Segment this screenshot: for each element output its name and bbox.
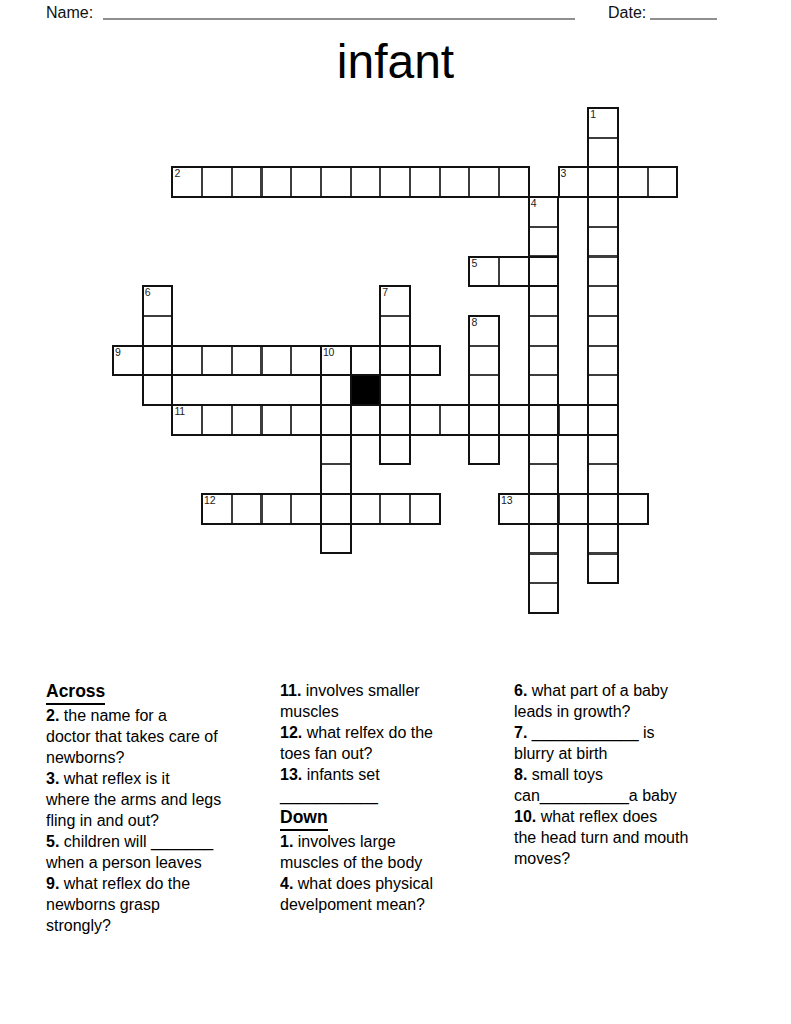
grid-cell[interactable] <box>379 374 411 406</box>
grid-cell[interactable] <box>587 315 619 347</box>
clue-3-line-3: fling in and out? <box>46 810 280 831</box>
grid-cell[interactable] <box>528 553 560 585</box>
clue-number: 7. <box>514 724 532 741</box>
grid-cell[interactable] <box>409 404 441 436</box>
crossword-grid: 12345678910111213 <box>113 108 678 613</box>
grid-cell[interactable] <box>320 166 352 198</box>
grid-cell[interactable] <box>528 404 560 436</box>
grid-cell[interactable] <box>587 463 619 495</box>
grid-cell[interactable] <box>379 285 411 317</box>
clue-4-line-1: 4. what does physical <box>280 873 514 894</box>
grid-cell[interactable] <box>379 434 411 466</box>
grid-cell[interactable] <box>350 493 382 525</box>
grid-cell[interactable] <box>231 493 263 525</box>
puzzle-title: infant <box>0 34 791 90</box>
clue-number: 8. <box>514 766 532 783</box>
clue-12-line-2: toes fan out? <box>280 743 514 764</box>
grid-cell[interactable] <box>587 107 619 139</box>
grid-cell[interactable] <box>261 166 293 198</box>
grid-cell[interactable] <box>350 404 382 436</box>
grid-cell[interactable] <box>320 463 352 495</box>
clue-2-line-1: 2. the name for a <box>46 705 280 726</box>
clue-13-line-1: 13. infants set <box>280 764 514 785</box>
grid-cell[interactable] <box>350 345 382 377</box>
across-heading: Across <box>46 680 280 705</box>
grid-cell[interactable] <box>468 315 500 347</box>
clue-5-line-1: 5. children will _______ <box>46 831 280 852</box>
grid-cell[interactable] <box>528 523 560 555</box>
grid-cell[interactable] <box>468 434 500 466</box>
grid-cell[interactable] <box>409 166 441 198</box>
grid-cell[interactable] <box>528 374 560 406</box>
clue-8-line-1: 8. small toys <box>514 764 748 785</box>
clue-number: 9. <box>46 875 64 892</box>
clue-9-line-2: newborns grasp <box>46 894 280 915</box>
clue-number: 10. <box>514 808 541 825</box>
grid-cell[interactable] <box>261 345 293 377</box>
grid-cell[interactable] <box>587 256 619 288</box>
grid-cell[interactable] <box>587 374 619 406</box>
date-label: Date: <box>608 4 646 22</box>
clue-3-line-1: 3. what reflex is it <box>46 768 280 789</box>
clue-12-line-1: 12. what relfex do the <box>280 722 514 743</box>
grid-cell[interactable] <box>528 256 560 288</box>
clue-1-line-2: muscles of the body <box>280 852 514 873</box>
grid-cell[interactable] <box>320 404 352 436</box>
grid-cell[interactable] <box>498 404 530 436</box>
date-blank-line[interactable] <box>650 18 717 20</box>
clue-number: 1. <box>280 833 298 850</box>
grid-cell[interactable] <box>320 434 352 466</box>
grid-cell[interactable] <box>320 523 352 555</box>
grid-cell[interactable] <box>379 404 411 436</box>
clue-11-line-2: muscles <box>280 701 514 722</box>
clue-3: 3. what reflex is itwhere the arms and l… <box>46 768 280 831</box>
grid-cell[interactable] <box>439 404 471 436</box>
clue-13: 13. infants set___________ <box>280 764 514 806</box>
grid-cell[interactable] <box>528 226 560 258</box>
grid-cell[interactable] <box>320 374 352 406</box>
clue-number: 4. <box>280 875 298 892</box>
grid-cell[interactable] <box>468 256 500 288</box>
clue-5-line-2: when a person leaves <box>46 852 280 873</box>
clue-number: 11. <box>280 682 306 699</box>
clue-5: 5. children will _______when a person le… <box>46 831 280 873</box>
grid-cell[interactable] <box>201 404 233 436</box>
clue-4-line-2: develpoment mean? <box>280 894 514 915</box>
grid-cell[interactable] <box>409 345 441 377</box>
clue-7-line-2: blurry at birth <box>514 743 748 764</box>
clue-number: 3. <box>46 770 64 787</box>
clue-2-line-2: doctor that takes care of <box>46 726 280 747</box>
grid-cell[interactable] <box>528 315 560 347</box>
clue-11: 11. involves smallermuscles <box>280 680 514 722</box>
clue-10-line-1: 10. what reflex does <box>514 806 748 827</box>
grid-cell[interactable] <box>231 166 263 198</box>
clue-10-line-2: the head turn and mouth <box>514 827 748 848</box>
clue-8: 8. small toyscan__________a baby <box>514 764 748 806</box>
grid-cell[interactable] <box>468 345 500 377</box>
grid-cell[interactable] <box>261 493 293 525</box>
clue-column-1: Across2. the name for adoctor that takes… <box>46 680 280 936</box>
grid-cell[interactable] <box>498 166 530 198</box>
clue-number: 6. <box>514 682 532 699</box>
clue-number: 13. <box>280 766 307 783</box>
grid-cell[interactable] <box>171 166 203 198</box>
clue-12: 12. what relfex do thetoes fan out? <box>280 722 514 764</box>
grid-cell[interactable] <box>587 434 619 466</box>
grid-cell[interactable] <box>528 285 560 317</box>
grid-cell[interactable] <box>409 493 441 525</box>
clue-6: 6. what part of a babyleads in growth? <box>514 680 748 722</box>
grid-cell[interactable] <box>528 463 560 495</box>
clue-10-line-3: moves? <box>514 848 748 869</box>
grid-cell[interactable] <box>231 404 263 436</box>
grid-cell[interactable] <box>112 345 144 377</box>
name-label: Name: <box>46 4 93 22</box>
clue-1: 1. involves largemuscles of the body <box>280 831 514 873</box>
grid-cell[interactable] <box>587 285 619 317</box>
grid-cell[interactable] <box>528 345 560 377</box>
clue-8-line-2: can__________a baby <box>514 785 748 806</box>
black-cell <box>350 374 382 406</box>
grid-cell[interactable] <box>528 582 560 614</box>
grid-cell[interactable] <box>468 404 500 436</box>
across-heading-text: Across <box>46 680 105 705</box>
grid-cell[interactable] <box>142 315 174 347</box>
grid-cell[interactable] <box>558 493 590 525</box>
grid-cell[interactable] <box>290 404 322 436</box>
grid-cell[interactable] <box>617 166 649 198</box>
grid-cell[interactable] <box>468 166 500 198</box>
clue-6-line-2: leads in growth? <box>514 701 748 722</box>
grid-cell[interactable] <box>261 404 293 436</box>
clue-1-line-1: 1. involves large <box>280 831 514 852</box>
grid-cell[interactable] <box>528 196 560 228</box>
clue-7-line-1: 7. ____________ is <box>514 722 748 743</box>
grid-cell[interactable] <box>379 493 411 525</box>
grid-cell[interactable] <box>379 315 411 347</box>
grid-cell[interactable] <box>587 196 619 228</box>
clue-number: 12. <box>280 724 307 741</box>
clue-2-line-3: newborns? <box>46 747 280 768</box>
name-blank-line[interactable] <box>103 18 575 20</box>
grid-cell[interactable] <box>587 226 619 258</box>
clue-number: 5. <box>46 833 64 850</box>
down-heading-text: Down <box>280 806 328 831</box>
grid-cell[interactable] <box>320 345 352 377</box>
grid-cell[interactable] <box>142 345 174 377</box>
clue-9-line-3: strongly? <box>46 915 280 936</box>
grid-cell[interactable] <box>647 166 679 198</box>
clue-number: 2. <box>46 707 64 724</box>
grid-cell[interactable] <box>290 493 322 525</box>
grid-cell[interactable] <box>587 345 619 377</box>
clue-column-2: 11. involves smallermuscles12. what relf… <box>280 680 514 915</box>
clue-2: 2. the name for adoctor that takes care … <box>46 705 280 768</box>
grid-cell[interactable] <box>468 374 500 406</box>
grid-cell[interactable] <box>528 434 560 466</box>
grid-cell[interactable] <box>587 137 619 169</box>
grid-cell[interactable] <box>171 345 203 377</box>
down-heading: Down <box>280 806 514 831</box>
grid-cell[interactable] <box>587 523 619 555</box>
clue-6-line-1: 6. what part of a baby <box>514 680 748 701</box>
worksheet-page: { "game": "crossword", "title": "infant"… <box>0 0 791 1024</box>
grid-cell[interactable] <box>617 493 649 525</box>
clue-10: 10. what reflex doesthe head turn and mo… <box>514 806 748 869</box>
grid-cell[interactable] <box>379 345 411 377</box>
grid-cell[interactable] <box>558 166 590 198</box>
grid-cell[interactable] <box>587 404 619 436</box>
clue-3-line-2: where the arms and legs <box>46 789 280 810</box>
clue-9: 9. what reflex do thenewborns graspstron… <box>46 873 280 936</box>
grid-cell[interactable] <box>498 493 530 525</box>
grid-cell[interactable] <box>142 285 174 317</box>
grid-cell[interactable] <box>528 493 560 525</box>
clue-7: 7. ____________ isblurry at birth <box>514 722 748 764</box>
clue-column-3: 6. what part of a babyleads in growth?7.… <box>514 680 748 869</box>
grid-cell[interactable] <box>587 493 619 525</box>
grid-cell[interactable] <box>498 256 530 288</box>
grid-cell[interactable] <box>142 374 174 406</box>
grid-cell[interactable] <box>439 166 471 198</box>
grid-cell[interactable] <box>379 166 411 198</box>
clue-9-line-1: 9. what reflex do the <box>46 873 280 894</box>
grid-cell[interactable] <box>350 166 382 198</box>
grid-cell[interactable] <box>290 166 322 198</box>
clue-13-line-2: ___________ <box>280 785 514 806</box>
grid-cell[interactable] <box>587 553 619 585</box>
grid-cell[interactable] <box>558 404 590 436</box>
grid-cell[interactable] <box>320 493 352 525</box>
grid-cell[interactable] <box>171 404 203 436</box>
grid-cell[interactable] <box>290 345 322 377</box>
grid-cell[interactable] <box>587 166 619 198</box>
grid-cell[interactable] <box>201 166 233 198</box>
grid-cell[interactable] <box>201 345 233 377</box>
grid-cell[interactable] <box>201 493 233 525</box>
clue-4: 4. what does physicaldevelpoment mean? <box>280 873 514 915</box>
clue-11-line-1: 11. involves smaller <box>280 680 514 701</box>
grid-cell[interactable] <box>231 345 263 377</box>
